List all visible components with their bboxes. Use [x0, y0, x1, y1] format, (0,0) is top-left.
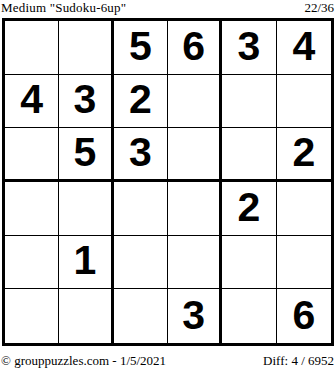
cell-r6c6: 6 [277, 289, 331, 343]
cell-r6c2[interactable] [59, 289, 113, 343]
cell-r6c1[interactable] [5, 289, 59, 343]
copyright-text: © grouppuzzles.com - 1/5/2021 [1, 353, 166, 369]
cell-r6c3[interactable] [114, 289, 168, 343]
puzzle-title: Medium "Sudoku-6up" [1, 1, 126, 15]
cell-r5c2: 1 [59, 236, 113, 290]
difficulty-text: Diff: 4 / 6952 [263, 353, 334, 369]
cell-r3c3: 3 [114, 128, 168, 182]
cell-r1c5: 3 [222, 21, 276, 75]
cell-r5c4[interactable] [168, 236, 222, 290]
cell-r4c5: 2 [222, 182, 276, 236]
cell-r1c3: 5 [114, 21, 168, 75]
cell-r5c5[interactable] [222, 236, 276, 290]
cell-r5c1[interactable] [5, 236, 59, 290]
cell-r3c4[interactable] [168, 128, 222, 182]
cell-r1c6: 4 [277, 21, 331, 75]
cell-r2c1: 4 [5, 75, 59, 129]
cell-r2c2: 3 [59, 75, 113, 129]
cell-r5c6[interactable] [277, 236, 331, 290]
cell-r4c6[interactable] [277, 182, 331, 236]
footer: © grouppuzzles.com - 1/5/2021 Diff: 4 / … [0, 346, 336, 369]
cell-r4c3[interactable] [114, 182, 168, 236]
cell-r2c3: 2 [114, 75, 168, 129]
cell-r2c6[interactable] [277, 75, 331, 129]
cell-r1c4: 6 [168, 21, 222, 75]
sudoku-board: 56344325322136 [2, 18, 334, 346]
cell-r2c5[interactable] [222, 75, 276, 129]
puzzle-counter: 22/36 [304, 1, 334, 15]
cell-r5c3[interactable] [114, 236, 168, 290]
cell-r1c1[interactable] [5, 21, 59, 75]
cell-r4c4[interactable] [168, 182, 222, 236]
cell-r4c1[interactable] [5, 182, 59, 236]
cell-r3c1[interactable] [5, 128, 59, 182]
cell-r3c6: 2 [277, 128, 331, 182]
cell-r4c2[interactable] [59, 182, 113, 236]
cell-r1c2[interactable] [59, 21, 113, 75]
cell-r2c4[interactable] [168, 75, 222, 129]
cell-r3c5[interactable] [222, 128, 276, 182]
cell-r6c5[interactable] [222, 289, 276, 343]
sudoku-grid: 56344325322136 [5, 21, 331, 343]
cell-r6c4: 3 [168, 289, 222, 343]
puzzle-page: Medium "Sudoku-6up" 22/36 56344325322136… [0, 0, 336, 370]
header: Medium "Sudoku-6up" 22/36 [0, 0, 336, 18]
cell-r3c2: 5 [59, 128, 113, 182]
